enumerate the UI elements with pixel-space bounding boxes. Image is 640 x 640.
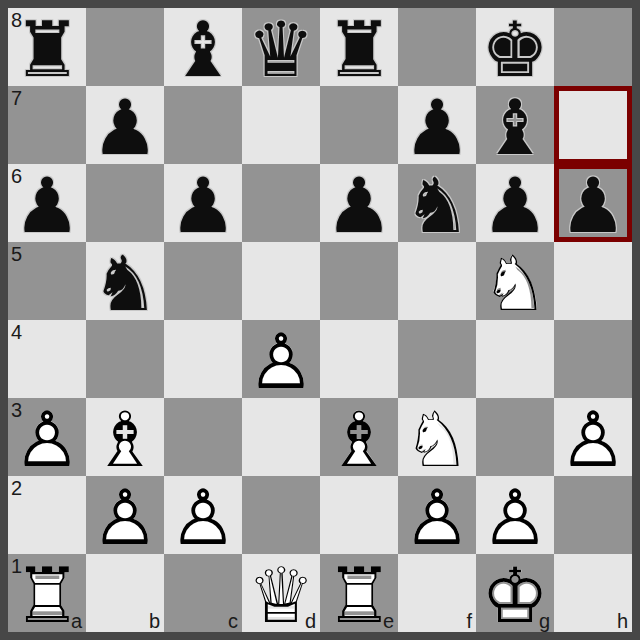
square-a6[interactable]: 6♟ bbox=[8, 164, 86, 242]
piece-black-king[interactable]: ♚ bbox=[476, 8, 554, 86]
file-label-a: a bbox=[71, 611, 82, 631]
piece-black-pawn[interactable]: ♟ bbox=[164, 164, 242, 242]
square-g4[interactable] bbox=[476, 320, 554, 398]
rank-label-2: 2 bbox=[11, 478, 22, 498]
square-b5[interactable]: ♞ bbox=[86, 242, 164, 320]
square-d5[interactable] bbox=[242, 242, 320, 320]
chess-board: 8♜♝♛♜♚7♟♟♝6♟♟♟♞♟♟5♞♞♘4♟♙3♟♙♝♗♝♗♞♘♟♙2♟♙♟♙… bbox=[8, 8, 632, 632]
square-b4[interactable] bbox=[86, 320, 164, 398]
piece-black-pawn[interactable]: ♟ bbox=[320, 164, 398, 242]
square-g8[interactable]: ♚ bbox=[476, 8, 554, 86]
rank-label-8: 8 bbox=[11, 10, 22, 30]
square-b1[interactable]: b bbox=[86, 554, 164, 632]
file-label-g: g bbox=[539, 611, 550, 631]
chess-board-frame: 8♜♝♛♜♚7♟♟♝6♟♟♟♞♟♟5♞♞♘4♟♙3♟♙♝♗♝♗♞♘♟♙2♟♙♟♙… bbox=[0, 0, 640, 640]
square-g6[interactable]: ♟ bbox=[476, 164, 554, 242]
square-e2[interactable] bbox=[320, 476, 398, 554]
piece-white-pawn[interactable]: ♟♙ bbox=[398, 476, 476, 554]
rank-label-7: 7 bbox=[11, 88, 22, 108]
square-g3[interactable] bbox=[476, 398, 554, 476]
square-b2[interactable]: ♟♙ bbox=[86, 476, 164, 554]
square-a5[interactable]: 5 bbox=[8, 242, 86, 320]
square-d8[interactable]: ♛ bbox=[242, 8, 320, 86]
square-g7[interactable]: ♝ bbox=[476, 86, 554, 164]
square-h6[interactable]: ♟ bbox=[554, 164, 632, 242]
file-label-b: b bbox=[149, 611, 160, 631]
square-d4[interactable]: ♟♙ bbox=[242, 320, 320, 398]
piece-white-bishop[interactable]: ♝♗ bbox=[320, 398, 398, 476]
piece-glyph-fill: ♜ bbox=[325, 11, 393, 89]
file-label-h: h bbox=[617, 611, 628, 631]
piece-glyph-outline: ♙ bbox=[481, 479, 549, 557]
square-b7[interactable]: ♟ bbox=[86, 86, 164, 164]
piece-glyph-fill: ♜ bbox=[13, 11, 81, 89]
square-f7[interactable]: ♟ bbox=[398, 86, 476, 164]
piece-white-pawn[interactable]: ♟♙ bbox=[554, 398, 632, 476]
square-e5[interactable] bbox=[320, 242, 398, 320]
piece-glyph-outline: ♘ bbox=[403, 401, 471, 479]
rank-label-4: 4 bbox=[11, 322, 22, 342]
square-f4[interactable] bbox=[398, 320, 476, 398]
piece-black-queen[interactable]: ♛ bbox=[242, 8, 320, 86]
piece-glyph-outline: ♙ bbox=[169, 479, 237, 557]
piece-white-pawn[interactable]: ♟♙ bbox=[476, 476, 554, 554]
square-h4[interactable] bbox=[554, 320, 632, 398]
piece-glyph-fill: ♟ bbox=[91, 89, 159, 167]
square-f6[interactable]: ♞ bbox=[398, 164, 476, 242]
square-c8[interactable]: ♝ bbox=[164, 8, 242, 86]
square-e6[interactable]: ♟ bbox=[320, 164, 398, 242]
rank-label-3: 3 bbox=[11, 400, 22, 420]
piece-glyph-outline: ♘ bbox=[481, 245, 549, 323]
file-label-c: c bbox=[228, 611, 238, 631]
piece-glyph-fill: ♞ bbox=[403, 167, 471, 245]
piece-glyph-fill: ♝ bbox=[481, 89, 549, 167]
square-g2[interactable]: ♟♙ bbox=[476, 476, 554, 554]
square-h5[interactable] bbox=[554, 242, 632, 320]
piece-glyph-fill: ♟ bbox=[169, 167, 237, 245]
square-e1[interactable]: e♜♖ bbox=[320, 554, 398, 632]
square-d6[interactable] bbox=[242, 164, 320, 242]
piece-black-bishop[interactable]: ♝ bbox=[476, 86, 554, 164]
square-h7[interactable] bbox=[554, 86, 632, 164]
square-d1[interactable]: d♛♕ bbox=[242, 554, 320, 632]
piece-glyph-outline: ♙ bbox=[91, 479, 159, 557]
square-a3[interactable]: 3♟♙ bbox=[8, 398, 86, 476]
square-e4[interactable] bbox=[320, 320, 398, 398]
square-a7[interactable]: 7 bbox=[8, 86, 86, 164]
square-g5[interactable]: ♞♘ bbox=[476, 242, 554, 320]
piece-glyph-outline: ♙ bbox=[13, 401, 81, 479]
square-b3[interactable]: ♝♗ bbox=[86, 398, 164, 476]
square-e7[interactable] bbox=[320, 86, 398, 164]
square-e3[interactable]: ♝♗ bbox=[320, 398, 398, 476]
rank-label-5: 5 bbox=[11, 244, 22, 264]
square-g1[interactable]: g♚♔ bbox=[476, 554, 554, 632]
square-h3[interactable]: ♟♙ bbox=[554, 398, 632, 476]
piece-black-pawn[interactable]: ♟ bbox=[554, 164, 632, 242]
piece-white-pawn[interactable]: ♟♙ bbox=[164, 476, 242, 554]
piece-glyph-outline: ♙ bbox=[559, 401, 627, 479]
piece-black-rook[interactable]: ♜ bbox=[320, 8, 398, 86]
piece-black-pawn[interactable]: ♟ bbox=[86, 86, 164, 164]
square-c6[interactable]: ♟ bbox=[164, 164, 242, 242]
piece-glyph-outline: ♙ bbox=[247, 323, 315, 401]
square-c5[interactable] bbox=[164, 242, 242, 320]
piece-glyph-fill: ♟ bbox=[481, 167, 549, 245]
square-c4[interactable] bbox=[164, 320, 242, 398]
square-d7[interactable] bbox=[242, 86, 320, 164]
file-label-f: f bbox=[466, 611, 472, 631]
rank-label-6: 6 bbox=[11, 166, 22, 186]
piece-glyph-outline: ♙ bbox=[403, 479, 471, 557]
square-d2[interactable] bbox=[242, 476, 320, 554]
piece-glyph-fill: ♝ bbox=[169, 11, 237, 89]
file-label-d: d bbox=[305, 611, 316, 631]
square-f3[interactable]: ♞♘ bbox=[398, 398, 476, 476]
piece-glyph-fill: ♟ bbox=[325, 167, 393, 245]
piece-white-pawn[interactable]: ♟♙ bbox=[86, 476, 164, 554]
square-f5[interactable] bbox=[398, 242, 476, 320]
square-f8[interactable] bbox=[398, 8, 476, 86]
piece-glyph-fill: ♟ bbox=[13, 167, 81, 245]
square-h8[interactable] bbox=[554, 8, 632, 86]
piece-glyph-fill: ♟ bbox=[403, 89, 471, 167]
square-a8[interactable]: 8♜ bbox=[8, 8, 86, 86]
square-f2[interactable]: ♟♙ bbox=[398, 476, 476, 554]
piece-black-bishop[interactable]: ♝ bbox=[164, 8, 242, 86]
square-h1[interactable]: h bbox=[554, 554, 632, 632]
square-a4[interactable]: 4 bbox=[8, 320, 86, 398]
square-e8[interactable]: ♜ bbox=[320, 8, 398, 86]
square-b8[interactable] bbox=[86, 8, 164, 86]
piece-white-knight[interactable]: ♞♘ bbox=[476, 242, 554, 320]
file-label-e: e bbox=[383, 611, 394, 631]
square-a2[interactable]: 2 bbox=[8, 476, 86, 554]
piece-glyph-fill: ♟ bbox=[559, 167, 627, 245]
piece-white-knight[interactable]: ♞♘ bbox=[398, 398, 476, 476]
rank-label-1: 1 bbox=[11, 556, 22, 576]
square-c7[interactable] bbox=[164, 86, 242, 164]
square-c3[interactable] bbox=[164, 398, 242, 476]
piece-white-bishop[interactable]: ♝♗ bbox=[86, 398, 164, 476]
piece-glyph-fill: ♚ bbox=[481, 11, 549, 89]
piece-glyph-outline: ♗ bbox=[325, 401, 393, 479]
piece-white-pawn[interactable]: ♟♙ bbox=[242, 320, 320, 398]
square-c1[interactable]: c bbox=[164, 554, 242, 632]
square-b6[interactable] bbox=[86, 164, 164, 242]
piece-glyph-outline: ♗ bbox=[91, 401, 159, 479]
piece-black-knight[interactable]: ♞ bbox=[86, 242, 164, 320]
square-c2[interactable]: ♟♙ bbox=[164, 476, 242, 554]
piece-glyph-fill: ♛ bbox=[247, 11, 315, 89]
square-a1[interactable]: 1a♜♖ bbox=[8, 554, 86, 632]
piece-glyph-fill: ♞ bbox=[91, 245, 159, 323]
piece-black-knight[interactable]: ♞ bbox=[398, 164, 476, 242]
square-d3[interactable] bbox=[242, 398, 320, 476]
piece-black-pawn[interactable]: ♟ bbox=[398, 86, 476, 164]
piece-black-pawn[interactable]: ♟ bbox=[476, 164, 554, 242]
square-h2[interactable] bbox=[554, 476, 632, 554]
square-f1[interactable]: f bbox=[398, 554, 476, 632]
